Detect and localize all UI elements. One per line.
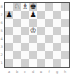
square-c2[interactable] (21, 51, 29, 59)
rank-label-8: 8 (0, 3, 3, 11)
black-pawn[interactable]: ♟ (30, 11, 37, 19)
square-c3[interactable] (21, 43, 29, 51)
square-g7[interactable] (53, 11, 61, 19)
square-c6[interactable] (21, 19, 29, 27)
file-label-f: f (45, 69, 53, 76)
square-b8[interactable]: ♘ (13, 3, 21, 11)
square-b7[interactable] (13, 11, 21, 19)
file-label-b: b (13, 69, 21, 76)
rank-label-3: 3 (0, 43, 3, 51)
square-f2[interactable] (45, 51, 53, 59)
square-f6[interactable] (45, 19, 53, 27)
square-a8[interactable] (5, 3, 13, 11)
square-e8[interactable] (37, 3, 45, 11)
white-bishop[interactable]: ♗ (22, 3, 29, 11)
white-king[interactable]: ♔ (30, 27, 37, 35)
square-e5[interactable] (37, 27, 45, 35)
file-label-c: c (21, 69, 29, 76)
square-b1[interactable] (13, 59, 21, 67)
square-d3[interactable] (29, 43, 37, 51)
black-pawn[interactable]: ♟ (6, 11, 13, 19)
square-b4[interactable] (13, 35, 21, 43)
square-f3[interactable] (45, 43, 53, 51)
square-g3[interactable] (53, 43, 61, 51)
square-h3[interactable] (61, 43, 69, 51)
chess-diagram: 87654321 ♘♗♚♟♟♔ abcdefgh (0, 0, 80, 80)
square-b2[interactable] (13, 51, 21, 59)
square-f7[interactable] (45, 11, 53, 19)
rank-label-1: 1 (0, 59, 3, 67)
square-e6[interactable] (37, 19, 45, 27)
square-g5[interactable] (53, 27, 61, 35)
square-d7[interactable]: ♟ (29, 11, 37, 19)
square-a5[interactable] (5, 27, 13, 35)
square-a2[interactable] (5, 51, 13, 59)
square-h6[interactable] (61, 19, 69, 27)
rank-label-5: 5 (0, 27, 3, 35)
square-d6[interactable] (29, 19, 37, 27)
square-c4[interactable] (21, 35, 29, 43)
square-d1[interactable] (29, 59, 37, 67)
square-g2[interactable] (53, 51, 61, 59)
square-f8[interactable] (45, 3, 53, 11)
square-f5[interactable] (45, 27, 53, 35)
square-e2[interactable] (37, 51, 45, 59)
white-knight[interactable]: ♘ (14, 3, 21, 11)
square-b5[interactable] (13, 27, 21, 35)
file-label-e: e (37, 69, 45, 76)
square-h4[interactable] (61, 35, 69, 43)
square-h2[interactable] (61, 51, 69, 59)
square-h5[interactable] (61, 27, 69, 35)
square-g6[interactable] (53, 19, 61, 27)
rank-label-4: 4 (0, 35, 3, 43)
rank-label-6: 6 (0, 19, 3, 27)
file-label-d: d (29, 69, 37, 76)
square-d5[interactable]: ♔ (29, 27, 37, 35)
square-h7[interactable] (61, 11, 69, 19)
square-c7[interactable] (21, 11, 29, 19)
square-h8[interactable] (61, 3, 69, 11)
chess-board: ♘♗♚♟♟♔ (4, 2, 70, 68)
square-a1[interactable] (5, 59, 13, 67)
square-e1[interactable] (37, 59, 45, 67)
square-e7[interactable] (37, 11, 45, 19)
square-a4[interactable] (5, 35, 13, 43)
square-g8[interactable] (53, 3, 61, 11)
file-label-g: g (53, 69, 61, 76)
square-d2[interactable] (29, 51, 37, 59)
square-b6[interactable] (13, 19, 21, 27)
black-king[interactable]: ♚ (30, 3, 37, 11)
square-g4[interactable] (53, 35, 61, 43)
file-label-h: h (61, 69, 69, 76)
square-d8[interactable]: ♚ (29, 3, 37, 11)
file-label-a: a (5, 69, 13, 76)
square-c5[interactable] (21, 27, 29, 35)
square-a3[interactable] (5, 43, 13, 51)
square-c8[interactable]: ♗ (21, 3, 29, 11)
square-a6[interactable] (5, 19, 13, 27)
square-e4[interactable] (37, 35, 45, 43)
rank-label-7: 7 (0, 11, 3, 19)
square-b3[interactable] (13, 43, 21, 51)
rank-label-2: 2 (0, 51, 3, 59)
square-g1[interactable] (53, 59, 61, 67)
square-d4[interactable] (29, 35, 37, 43)
square-e3[interactable] (37, 43, 45, 51)
file-labels: abcdefgh (4, 69, 70, 76)
square-f4[interactable] (45, 35, 53, 43)
square-c1[interactable] (21, 59, 29, 67)
square-a7[interactable]: ♟ (5, 11, 13, 19)
square-h1[interactable] (61, 59, 69, 67)
square-f1[interactable] (45, 59, 53, 67)
